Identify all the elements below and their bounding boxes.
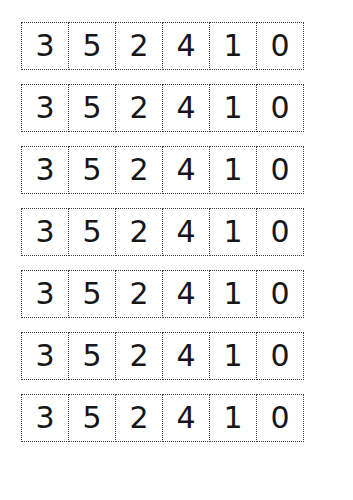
digit-cell: 5	[68, 332, 116, 380]
digit-cell: 2	[115, 208, 163, 256]
digit-cell: 2	[115, 332, 163, 380]
digit-cell: 3	[21, 146, 69, 194]
digit-cell: 4	[162, 22, 210, 70]
digit-cell: 0	[256, 146, 304, 194]
digit-cell: 3	[21, 84, 69, 132]
digit-cell: 4	[162, 84, 210, 132]
number-strip-1: 3 5 2 4 1 0	[21, 22, 304, 70]
digit-cell: 2	[115, 394, 163, 442]
number-strip-3: 3 5 2 4 1 0	[21, 146, 304, 194]
number-strips-column: 3 5 2 4 1 0 3 5 2 4 1 0 3 5 2 4 1 0 3 5 …	[21, 22, 304, 442]
digit-cell: 5	[68, 208, 116, 256]
digit-cell: 1	[209, 146, 257, 194]
digit-cell: 3	[21, 22, 69, 70]
digit-cell: 5	[68, 84, 116, 132]
digit-cell: 5	[68, 146, 116, 194]
digit-cell: 3	[21, 270, 69, 318]
digit-cell: 1	[209, 394, 257, 442]
digit-cell: 5	[68, 394, 116, 442]
digit-cell: 4	[162, 270, 210, 318]
digit-cell: 3	[21, 394, 69, 442]
digit-cell: 2	[115, 270, 163, 318]
digit-cell: 0	[256, 84, 304, 132]
digit-cell: 4	[162, 394, 210, 442]
digit-cell: 4	[162, 146, 210, 194]
digit-cell: 2	[115, 22, 163, 70]
digit-cell: 1	[209, 208, 257, 256]
digit-cell: 0	[256, 332, 304, 380]
digit-cell: 4	[162, 208, 210, 256]
number-strip-5: 3 5 2 4 1 0	[21, 270, 304, 318]
digit-cell: 0	[256, 270, 304, 318]
number-strip-6: 3 5 2 4 1 0	[21, 332, 304, 380]
worksheet-page: 3 5 2 4 1 0 3 5 2 4 1 0 3 5 2 4 1 0 3 5 …	[0, 0, 353, 500]
digit-cell: 1	[209, 84, 257, 132]
digit-cell: 1	[209, 332, 257, 380]
digit-cell: 2	[115, 146, 163, 194]
number-strip-2: 3 5 2 4 1 0	[21, 84, 304, 132]
digit-cell: 2	[115, 84, 163, 132]
digit-cell: 0	[256, 22, 304, 70]
digit-cell: 5	[68, 22, 116, 70]
digit-cell: 5	[68, 270, 116, 318]
digit-cell: 4	[162, 332, 210, 380]
digit-cell: 0	[256, 394, 304, 442]
digit-cell: 3	[21, 208, 69, 256]
digit-cell: 3	[21, 332, 69, 380]
digit-cell: 1	[209, 22, 257, 70]
digit-cell: 0	[256, 208, 304, 256]
number-strip-7: 3 5 2 4 1 0	[21, 394, 304, 442]
digit-cell: 1	[209, 270, 257, 318]
number-strip-4: 3 5 2 4 1 0	[21, 208, 304, 256]
